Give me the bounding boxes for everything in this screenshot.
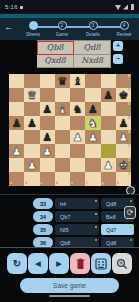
file-label: h xyxy=(117,182,119,186)
square-h6[interactable]: 6 xyxy=(116,102,131,116)
white-bishop-piece[interactable]: ♝ xyxy=(57,104,67,115)
scoresheet-cell[interactable]: Qxd8 xyxy=(37,55,74,69)
black-king-piece[interactable]: ♚ xyxy=(118,90,128,101)
move-cell-white[interactable]: Qb7 xyxy=(55,211,99,222)
white-pawn-piece[interactable]: ♟ xyxy=(42,146,52,157)
white-king-piece[interactable]: ♚ xyxy=(118,160,128,171)
file-label: a xyxy=(10,182,12,186)
square-a1[interactable]: a xyxy=(9,172,24,186)
step-label: Game xyxy=(49,32,75,37)
white-pawn-piece[interactable]: ♟ xyxy=(118,132,128,143)
trash-icon xyxy=(75,258,86,270)
square-f7[interactable] xyxy=(85,88,100,102)
white-pawn-piece[interactable]: ♟ xyxy=(73,132,83,143)
square-h1[interactable]: 1h xyxy=(116,172,131,186)
black-pawn-piece[interactable]: ♟ xyxy=(27,118,37,129)
square-f3[interactable] xyxy=(85,144,100,158)
square-h4[interactable]: ♟4 xyxy=(116,130,131,144)
white-pawn-piece[interactable]: ♟ xyxy=(103,160,113,171)
confidence-dot-icon xyxy=(95,200,98,203)
white-knight-piece[interactable]: ♞ xyxy=(88,118,98,129)
white-pawn-piece[interactable]: ♟ xyxy=(12,146,22,157)
black-bishop-piece[interactable]: ♝ xyxy=(73,76,83,87)
square-g7[interactable]: ♟ xyxy=(101,88,116,102)
square-d1[interactable]: d xyxy=(55,172,70,186)
confidence-dot-icon xyxy=(130,200,133,203)
step-review[interactable]: 4Review xyxy=(111,21,137,37)
move-cell-black[interactable]: Qd7 xyxy=(101,224,134,235)
square-h7[interactable]: ♚7 xyxy=(116,88,131,102)
square-g1[interactable]: g xyxy=(101,172,116,186)
square-a6[interactable] xyxy=(9,102,24,116)
square-g4[interactable] xyxy=(101,130,116,144)
retry-ocr-button[interactable]: ⟳ xyxy=(124,206,136,219)
scoresheet-crop-image[interactable]: Qb8Qd8Qxd8Nxd8 xyxy=(37,40,111,68)
square-a4[interactable] xyxy=(9,130,24,144)
left-arrow-icon: ◀ xyxy=(35,260,40,268)
toolbar: ↻◀▶ xyxy=(7,253,132,274)
zoom-out-button[interactable]: − xyxy=(113,54,123,64)
square-a3[interactable]: ♟ xyxy=(9,144,24,158)
square-e6[interactable]: ♞ xyxy=(70,102,85,116)
square-b4[interactable] xyxy=(24,130,39,144)
square-b3[interactable] xyxy=(24,144,39,158)
black-pawn-piece[interactable]: ♟ xyxy=(42,104,52,115)
square-d3[interactable] xyxy=(55,144,70,158)
status-bar: 5:16 xyxy=(0,0,139,14)
square-c7[interactable] xyxy=(40,88,55,102)
notification-icon xyxy=(20,6,23,9)
square-d6[interactable]: ♝ xyxy=(55,102,70,116)
black-pawn-piece[interactable]: ♟ xyxy=(118,118,128,129)
square-d8[interactable]: ♛ xyxy=(55,74,70,88)
square-g2[interactable]: ♟ xyxy=(101,158,116,172)
back-arrow-icon[interactable]: ← xyxy=(4,23,13,32)
rank-label: 8 xyxy=(128,75,130,79)
square-c8[interactable] xyxy=(40,74,55,88)
confidence-dot-icon xyxy=(130,226,133,229)
step-game[interactable]: 2Game xyxy=(49,21,75,37)
confidence-dot-icon xyxy=(95,239,98,242)
wifi-icon xyxy=(115,5,121,10)
square-b2[interactable]: ♟ xyxy=(24,158,39,172)
app-screen: 5:16 ← Sheets2Game3Details4Review Qb8Qd8… xyxy=(0,0,139,302)
square-c1[interactable]: c xyxy=(40,172,55,186)
square-h8[interactable]: 8 xyxy=(116,74,131,88)
status-time: 5:16 xyxy=(5,4,18,10)
move-number-chip: 33 xyxy=(33,198,53,209)
square-h3[interactable]: 3 xyxy=(116,144,131,158)
rank-label: 7 xyxy=(128,89,130,93)
keypad-button[interactable] xyxy=(91,253,111,274)
prev-move-button[interactable]: ◀ xyxy=(28,253,48,274)
refresh-icon: ↻ xyxy=(13,258,21,269)
white-queen-piece[interactable]: ♛ xyxy=(27,90,37,101)
step-label: Details xyxy=(80,32,106,37)
step-circle[interactable]: 4 xyxy=(120,21,129,30)
rank-label: 5 xyxy=(128,117,130,121)
black-pawn-piece[interactable]: ♟ xyxy=(12,118,22,129)
rank-label: 6 xyxy=(128,103,130,107)
scoresheet-cell[interactable]: Nxd8 xyxy=(74,55,111,69)
rank-label: 2 xyxy=(128,159,130,163)
square-f8[interactable] xyxy=(85,74,100,88)
step-circle[interactable] xyxy=(29,21,38,30)
black-pawn-piece[interactable]: ♟ xyxy=(88,104,98,115)
step-circle[interactable]: 3 xyxy=(89,21,98,30)
step-sheets[interactable]: Sheets xyxy=(20,21,46,37)
step-label: Sheets xyxy=(20,32,46,37)
file-label: e xyxy=(71,182,73,186)
move-row: 35Nf5Qd7 xyxy=(33,224,139,235)
file-label: b xyxy=(25,182,27,186)
battery-icon xyxy=(131,4,135,10)
square-d2[interactable] xyxy=(55,158,70,172)
square-e7[interactable] xyxy=(70,88,85,102)
square-d7[interactable] xyxy=(55,88,70,102)
stepper: ← Sheets2Game3Details4Review xyxy=(0,18,139,40)
divider xyxy=(0,247,139,248)
square-d4[interactable] xyxy=(55,130,70,144)
square-c2[interactable] xyxy=(40,158,55,172)
square-c3[interactable]: ♟ xyxy=(40,144,55,158)
confidence-dot-icon xyxy=(130,239,133,242)
keypad-icon xyxy=(95,258,107,270)
square-f6[interactable]: ♟ xyxy=(85,102,100,116)
move-list: 33h4Qd834Qb7Be835Nf5Qd736Qb8Qd8 xyxy=(0,194,139,248)
file-label: c xyxy=(41,182,43,186)
square-a8[interactable] xyxy=(9,74,24,88)
file-label: g xyxy=(102,182,104,186)
confidence-dot-icon xyxy=(95,226,98,229)
square-f4[interactable]: ♟ xyxy=(85,130,100,144)
square-a7[interactable] xyxy=(9,88,24,102)
magnifier-icon xyxy=(116,258,128,270)
square-f2[interactable] xyxy=(85,158,100,172)
scoresheet-cell[interactable]: Qd8 xyxy=(74,41,111,55)
delete-move-button[interactable] xyxy=(70,253,90,274)
square-b1[interactable]: b xyxy=(24,172,39,186)
square-c6[interactable]: ♟ xyxy=(40,102,55,116)
black-pawn-piece[interactable]: ♟ xyxy=(103,90,113,101)
square-a2[interactable] xyxy=(9,158,24,172)
square-e8[interactable]: ♝ xyxy=(70,74,85,88)
zoom-in-button[interactable]: + xyxy=(113,41,123,51)
move-cell-white[interactable]: Nf5 xyxy=(55,224,99,235)
save-game-button[interactable]: Save game xyxy=(20,278,119,293)
gesture-bar[interactable] xyxy=(49,295,90,297)
move-cell-white[interactable]: h4 xyxy=(55,198,99,209)
square-d5[interactable] xyxy=(55,116,70,130)
file-label: d xyxy=(56,182,58,186)
square-b6[interactable] xyxy=(24,102,39,116)
move-number-chip: 35 xyxy=(33,224,53,235)
rank-label: 1 xyxy=(128,173,130,177)
rank-label: 4 xyxy=(128,131,130,135)
scoresheet-cell[interactable]: Qb8 xyxy=(37,41,74,55)
square-a5[interactable]: ♟ xyxy=(9,116,24,130)
square-g8[interactable] xyxy=(101,74,116,88)
square-e4[interactable]: ♟ xyxy=(70,130,85,144)
square-g3[interactable] xyxy=(101,144,116,158)
square-e3[interactable] xyxy=(70,144,85,158)
black-knight-piece[interactable]: ♞ xyxy=(73,104,83,115)
rank-label: 3 xyxy=(128,145,130,149)
square-h5[interactable]: ♟5 xyxy=(116,116,131,130)
square-f5[interactable]: ♞ xyxy=(85,116,100,130)
square-b7[interactable]: ♛ xyxy=(24,88,39,102)
square-e5[interactable] xyxy=(70,116,85,130)
square-h2[interactable]: ♚2 xyxy=(116,158,131,172)
chess-board[interactable]: ♛♝8♛♟♚7♟♝♞♟6♟♟♞♟5♟♟♟♟4♟♟3♟♟♚2abcdefg1h xyxy=(9,74,131,186)
rotate-board-button[interactable]: ↻ xyxy=(7,253,27,274)
square-c5[interactable] xyxy=(40,116,55,130)
step-label: Review xyxy=(111,32,137,37)
move-number-chip: 34 xyxy=(33,211,53,222)
square-f1[interactable]: f xyxy=(85,172,100,186)
step-circle[interactable]: 2 xyxy=(58,21,67,30)
square-b8[interactable] xyxy=(24,74,39,88)
confidence-dot-icon xyxy=(95,213,98,216)
black-queen-piece[interactable]: ♛ xyxy=(57,76,67,87)
inspect-button[interactable] xyxy=(112,253,132,274)
white-pawn-piece[interactable]: ♟ xyxy=(27,160,37,171)
right-arrow-icon: ▶ xyxy=(56,260,61,268)
step-details[interactable]: 3Details xyxy=(80,21,106,37)
signal-icon xyxy=(123,5,128,10)
file-label: f xyxy=(86,182,87,186)
next-move-button[interactable]: ▶ xyxy=(49,253,69,274)
square-e2[interactable] xyxy=(70,158,85,172)
square-b5[interactable]: ♟ xyxy=(24,116,39,130)
black-pawn-piece[interactable]: ♟ xyxy=(42,132,52,143)
square-e1[interactable]: e xyxy=(70,172,85,186)
white-pawn-piece[interactable]: ♟ xyxy=(88,132,98,143)
square-g5[interactable] xyxy=(101,116,116,130)
square-c4[interactable]: ♟ xyxy=(40,130,55,144)
square-g6[interactable] xyxy=(101,102,116,116)
